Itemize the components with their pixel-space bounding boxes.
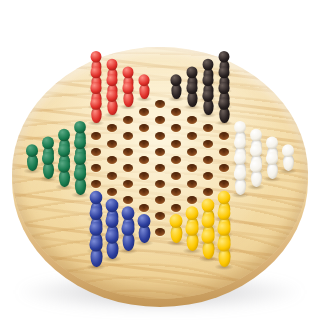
board-hole[interactable] <box>107 188 117 196</box>
peg-head <box>202 90 214 102</box>
board-hole[interactable] <box>171 156 181 164</box>
peg-head <box>41 136 53 148</box>
board-hole[interactable] <box>155 164 165 172</box>
peg-white[interactable] <box>248 160 264 188</box>
peg-head <box>73 152 86 165</box>
peg-head <box>105 229 119 243</box>
board-hole[interactable] <box>171 172 181 180</box>
peg-blue[interactable] <box>119 222 136 252</box>
board-hole[interactable] <box>107 156 117 164</box>
peg-head <box>74 121 86 133</box>
peg-yellow[interactable] <box>199 229 216 259</box>
peg-body <box>283 154 294 171</box>
peg-head <box>89 191 102 204</box>
peg-green[interactable] <box>56 160 72 188</box>
peg-body <box>123 92 133 108</box>
peg-head <box>25 144 37 156</box>
peg-yellow[interactable] <box>215 237 232 268</box>
peg-head <box>202 75 213 86</box>
board-hole[interactable] <box>123 148 133 156</box>
peg-head <box>217 222 230 235</box>
peg-black[interactable] <box>169 75 184 101</box>
chinese-checkers-photo <box>0 0 320 320</box>
peg-head <box>106 59 117 70</box>
peg-head <box>138 75 149 86</box>
peg-head <box>186 67 197 78</box>
peg-head <box>234 152 247 165</box>
peg-head <box>170 75 181 86</box>
peg-head <box>186 82 198 94</box>
peg-white[interactable] <box>264 152 280 180</box>
peg-blue[interactable] <box>135 214 152 244</box>
board-hole[interactable] <box>91 132 101 140</box>
peg-red[interactable] <box>104 90 119 116</box>
peg-head <box>137 214 150 227</box>
peg-head <box>202 198 215 211</box>
peg-head <box>57 144 69 156</box>
board-hole[interactable] <box>123 132 133 140</box>
peg-head <box>106 75 117 86</box>
peg-head <box>105 214 118 227</box>
peg-white[interactable] <box>280 144 296 172</box>
peg-red[interactable] <box>120 82 135 108</box>
board-hole[interactable] <box>91 164 101 172</box>
board-hole[interactable] <box>155 212 165 220</box>
peg-head <box>105 198 118 211</box>
peg-body <box>187 92 197 108</box>
board-hole[interactable] <box>123 196 133 204</box>
peg-body <box>91 107 101 123</box>
board-hole[interactable] <box>155 148 165 156</box>
peg-head <box>74 136 86 148</box>
board-hole[interactable] <box>107 124 117 132</box>
board-hole[interactable] <box>91 148 101 156</box>
peg-head <box>218 98 230 110</box>
peg-green[interactable] <box>72 167 88 196</box>
peg-white[interactable] <box>232 167 248 196</box>
peg-head <box>266 136 278 148</box>
peg-black[interactable] <box>201 90 216 116</box>
peg-head <box>89 237 103 251</box>
peg-head <box>121 206 134 219</box>
peg-head <box>169 214 182 227</box>
peg-head <box>203 59 214 70</box>
peg-head <box>57 160 70 173</box>
peg-head <box>73 167 86 180</box>
peg-red[interactable] <box>88 98 103 124</box>
board-hole[interactable] <box>107 140 117 148</box>
peg-head <box>58 129 70 141</box>
board-hole[interactable] <box>123 164 133 172</box>
peg-black[interactable] <box>185 82 200 108</box>
board-hole[interactable] <box>187 196 197 204</box>
peg-head <box>90 82 102 94</box>
peg-head <box>218 82 230 94</box>
board-hole[interactable] <box>155 228 165 236</box>
peg-head <box>234 136 246 148</box>
peg-head <box>218 206 231 219</box>
peg-green[interactable] <box>40 152 56 180</box>
peg-head <box>219 67 230 78</box>
peg-body <box>267 162 278 179</box>
peg-yellow[interactable] <box>183 222 200 252</box>
board-hole[interactable] <box>139 140 149 148</box>
peg-black[interactable] <box>217 98 232 124</box>
peg-head <box>201 214 214 227</box>
peg-head <box>266 152 279 165</box>
peg-head <box>250 129 262 141</box>
board-hole[interactable] <box>171 204 181 212</box>
board-hole[interactable] <box>107 172 117 180</box>
peg-head <box>121 222 134 235</box>
peg-head <box>250 144 262 156</box>
peg-body <box>219 107 229 123</box>
peg-body <box>42 162 53 179</box>
peg-head <box>219 51 230 62</box>
peg-head <box>122 82 134 94</box>
peg-red[interactable] <box>137 75 152 101</box>
peg-yellow[interactable] <box>168 214 185 244</box>
peg-head <box>250 160 263 173</box>
peg-body <box>139 84 149 100</box>
board-hole[interactable] <box>123 180 133 188</box>
board-hole[interactable] <box>187 180 197 188</box>
peg-head <box>218 191 231 204</box>
peg-body <box>107 99 117 115</box>
peg-head <box>201 229 215 243</box>
board-hole[interactable] <box>139 172 149 180</box>
peg-green[interactable] <box>24 144 40 172</box>
board-hole[interactable] <box>139 156 149 164</box>
peg-head <box>185 206 198 219</box>
peg-head <box>89 206 102 219</box>
board-hole[interactable] <box>139 188 149 196</box>
board-hole[interactable] <box>203 188 213 196</box>
peg-head <box>106 90 118 102</box>
board-hole[interactable] <box>155 180 165 188</box>
peg-head <box>122 67 133 78</box>
peg-blue[interactable] <box>87 237 104 268</box>
peg-body <box>203 99 213 115</box>
peg-head <box>89 222 102 235</box>
peg-body <box>171 84 181 100</box>
board-hole[interactable] <box>155 196 165 204</box>
peg-head <box>234 167 247 180</box>
peg-head <box>217 237 231 251</box>
peg-head <box>185 222 198 235</box>
peg-body <box>26 154 37 171</box>
peg-head <box>90 51 101 62</box>
peg-head <box>90 67 101 78</box>
board-hole[interactable] <box>91 180 101 188</box>
board-hole[interactable] <box>171 188 181 196</box>
peg-head <box>282 144 294 156</box>
board-hole[interactable] <box>139 204 149 212</box>
peg-head <box>41 152 54 165</box>
peg-head <box>234 121 246 133</box>
peg-head <box>90 98 102 110</box>
peg-blue[interactable] <box>103 229 120 259</box>
